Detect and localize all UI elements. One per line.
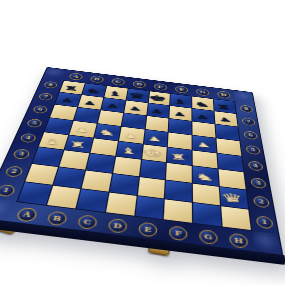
square-e2[interactable] — [137, 177, 165, 198]
square-d2[interactable] — [109, 174, 138, 195]
file-label-h: H — [217, 90, 230, 98]
rank-label-4: 4 — [248, 160, 264, 171]
brass-clasp-icon — [0, 221, 17, 234]
rank-label-7: 7 — [38, 92, 54, 100]
file-label-f: F — [175, 85, 188, 93]
rank-label-8: 8 — [43, 81, 58, 89]
file-label-f: F — [169, 225, 187, 241]
file-label-a: A — [16, 207, 39, 222]
square-h2[interactable]: ♛ — [220, 187, 248, 209]
chess-set-photo: ABCDEFGH 87654321 ♜♞♝♛♚♝♞♜♟♟♟♟♟♟♟♟♟♞♟♟♟♝… — [18, 19, 266, 267]
file-label-b: B — [46, 210, 68, 226]
square-f3[interactable] — [166, 163, 192, 183]
rank-label-8: 8 — [240, 104, 253, 112]
file-label-e: E — [154, 83, 167, 91]
square-b3[interactable] — [59, 151, 89, 170]
square-g3[interactable]: ♞ — [193, 166, 219, 186]
square-f2[interactable] — [165, 181, 192, 202]
square-b1[interactable] — [47, 186, 80, 209]
rank-label-1: 1 — [0, 184, 17, 197]
file-label-d: D — [132, 80, 146, 88]
file-label-d: D — [108, 218, 128, 234]
brass-clasp-icon — [147, 244, 170, 257]
square-g2[interactable] — [193, 184, 220, 206]
square-d1[interactable] — [106, 193, 137, 216]
file-label-c: C — [111, 77, 125, 85]
rank-label-5: 5 — [246, 145, 261, 155]
rank-label-1: 1 — [256, 215, 274, 229]
frame-corner — [252, 231, 285, 257]
rank-label-2: 2 — [4, 165, 24, 177]
rank-label-3: 3 — [250, 177, 266, 189]
square-a2[interactable] — [25, 164, 58, 185]
square-c3[interactable] — [86, 154, 115, 173]
square-g1[interactable] — [193, 203, 221, 226]
file-label-h: H — [229, 232, 249, 248]
file-label-g: G — [196, 88, 209, 96]
square-c1[interactable] — [76, 189, 108, 212]
rank-label-2: 2 — [253, 195, 270, 208]
file-label-b: B — [90, 75, 105, 83]
square-h1[interactable] — [221, 206, 251, 230]
square-e3[interactable] — [140, 160, 167, 180]
square-e1[interactable] — [135, 196, 164, 219]
file-label-c: C — [77, 214, 98, 230]
file-label-a: A — [68, 72, 83, 80]
rank-label-3: 3 — [12, 148, 31, 159]
square-a3[interactable] — [32, 147, 63, 166]
board-frame: ABCDEFGH 87654321 ♜♞♝♛♚♝♞♜♟♟♟♟♟♟♟♟♟♞♟♟♟♝… — [0, 67, 283, 256]
rank-label-4: 4 — [19, 132, 37, 142]
file-label-g: G — [199, 229, 218, 245]
file-label-e: E — [138, 221, 157, 237]
rank-label-6: 6 — [244, 130, 258, 140]
square-d3[interactable] — [113, 157, 141, 177]
rank-label-6: 6 — [32, 105, 48, 114]
square-f1[interactable] — [164, 200, 192, 223]
square-b2[interactable] — [53, 167, 84, 188]
rank-label-7: 7 — [242, 117, 256, 126]
chess-board: ABCDEFGH 87654321 ♜♞♝♛♚♝♞♜♟♟♟♟♟♟♟♟♟♞♟♟♟♝… — [0, 67, 283, 256]
square-c2[interactable] — [81, 171, 111, 192]
rank-label-5: 5 — [26, 118, 43, 128]
